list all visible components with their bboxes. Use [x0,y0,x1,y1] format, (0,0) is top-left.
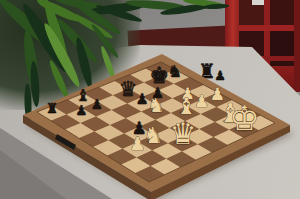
piece-white-king-g1[interactable]: ♚ [229,99,259,138]
piece-black-rook-a8[interactable]: ♜ [46,100,58,116]
piece-white-knight-c3[interactable]: ♞ [143,122,163,148]
piece-white-queen-d2[interactable]: ♛ [170,116,197,151]
chess-photo-scene: ♜♟♜♝♟♟♛♚♞♟♟♞♟♟♝♟♟♟♞♛♝♚ [0,0,300,199]
piece-black-pawn-c7[interactable]: ♟ [91,96,103,112]
piece-black-knight-h7[interactable]: ♞ [167,62,182,81]
piece-white-pawn-g4[interactable]: ♟ [194,91,209,111]
off-board-black-pawn[interactable]: ♟ [214,68,226,83]
chess-board: ♜♟♜♝♟♟♛♚♞♟♟♞♟♟♝♟♟♟♞♛♝♚ [0,0,300,199]
piece-black-pawn-b7[interactable]: ♟ [75,102,87,118]
piece-black-queen-e7[interactable]: ♛ [119,77,138,101]
piece-white-knight-e5[interactable]: ♞ [148,94,165,117]
